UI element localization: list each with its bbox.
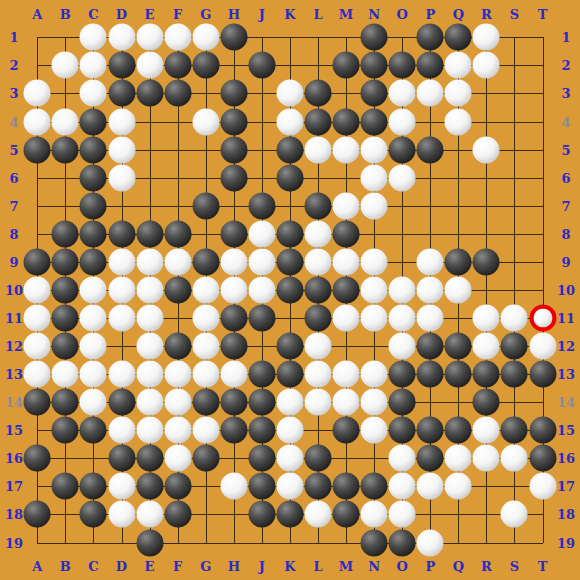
stone-black-C15 bbox=[80, 417, 107, 444]
stone-black-C4 bbox=[80, 108, 107, 135]
stone-black-D8 bbox=[108, 220, 135, 247]
stone-white-E12 bbox=[136, 333, 163, 360]
row-label-right: 9 bbox=[561, 255, 570, 268]
stone-black-J2 bbox=[248, 52, 275, 79]
row-label-right: 2 bbox=[561, 59, 570, 72]
stone-black-P1 bbox=[417, 24, 444, 51]
stone-white-G4 bbox=[192, 108, 219, 135]
column-label-top: A bbox=[32, 8, 42, 21]
stone-white-Q3 bbox=[445, 80, 472, 107]
stone-white-R2 bbox=[473, 52, 500, 79]
row-label-left: 9 bbox=[9, 255, 18, 268]
row-label-left: 17 bbox=[5, 480, 23, 493]
stone-white-O6 bbox=[389, 164, 416, 191]
stone-white-J9 bbox=[248, 248, 275, 275]
stone-black-K8 bbox=[276, 220, 303, 247]
stone-white-F13 bbox=[164, 361, 191, 388]
stone-black-P13 bbox=[417, 361, 444, 388]
column-label-bottom: E bbox=[145, 560, 155, 573]
column-label-top: T bbox=[538, 8, 548, 21]
stone-black-B9 bbox=[52, 248, 79, 275]
stone-black-T13 bbox=[529, 361, 556, 388]
column-label-top: E bbox=[145, 8, 155, 21]
stone-black-P2 bbox=[417, 52, 444, 79]
stone-black-C8 bbox=[80, 220, 107, 247]
stone-white-L9 bbox=[305, 248, 332, 275]
stone-black-C5 bbox=[80, 136, 107, 163]
stone-white-P17 bbox=[417, 473, 444, 500]
stone-white-N6 bbox=[361, 164, 388, 191]
stone-black-Q13 bbox=[445, 361, 472, 388]
row-label-right: 12 bbox=[557, 340, 575, 353]
stone-white-R5 bbox=[473, 136, 500, 163]
stone-black-M8 bbox=[333, 220, 360, 247]
stone-white-C12 bbox=[80, 333, 107, 360]
stone-black-N1 bbox=[361, 24, 388, 51]
stone-white-A12 bbox=[24, 333, 51, 360]
column-label-top: O bbox=[397, 8, 408, 21]
stone-black-T15 bbox=[529, 417, 556, 444]
stone-white-N9 bbox=[361, 248, 388, 275]
stone-white-D18 bbox=[108, 501, 135, 528]
stone-black-B12 bbox=[52, 333, 79, 360]
stone-white-R1 bbox=[473, 24, 500, 51]
stone-white-L14 bbox=[305, 389, 332, 416]
column-label-bottom: D bbox=[116, 560, 127, 573]
row-label-left: 15 bbox=[5, 424, 23, 437]
stone-black-L4 bbox=[305, 108, 332, 135]
stone-white-N14 bbox=[361, 389, 388, 416]
stone-black-G9 bbox=[192, 248, 219, 275]
stone-white-G11 bbox=[192, 305, 219, 332]
stone-white-A10 bbox=[24, 276, 51, 303]
stone-black-J17 bbox=[248, 473, 275, 500]
stone-black-S15 bbox=[501, 417, 528, 444]
stone-white-K3 bbox=[276, 80, 303, 107]
column-label-top: B bbox=[60, 8, 71, 21]
row-label-left: 11 bbox=[5, 312, 23, 325]
stone-black-K18 bbox=[276, 501, 303, 528]
stone-black-G14 bbox=[192, 389, 219, 416]
row-label-left: 1 bbox=[9, 31, 18, 44]
stone-black-F12 bbox=[164, 333, 191, 360]
stone-black-J13 bbox=[248, 361, 275, 388]
stone-white-C2 bbox=[80, 52, 107, 79]
stone-black-L16 bbox=[305, 445, 332, 472]
stone-black-H8 bbox=[220, 220, 247, 247]
column-label-top: L bbox=[313, 8, 322, 21]
stone-black-P5 bbox=[417, 136, 444, 163]
go-board[interactable]: AABBCCDDEEFFGGHHJJKKLLMMNNOOPPQQRRSSTT11… bbox=[0, 0, 580, 580]
stone-black-L7 bbox=[305, 192, 332, 219]
stone-black-F2 bbox=[164, 52, 191, 79]
stone-white-C14 bbox=[80, 389, 107, 416]
stone-white-L5 bbox=[305, 136, 332, 163]
stone-white-N15 bbox=[361, 417, 388, 444]
stone-black-O13 bbox=[389, 361, 416, 388]
stone-white-R12 bbox=[473, 333, 500, 360]
stone-white-B2 bbox=[52, 52, 79, 79]
stone-black-C17 bbox=[80, 473, 107, 500]
stone-white-K15 bbox=[276, 417, 303, 444]
stone-black-B15 bbox=[52, 417, 79, 444]
stone-white-C1 bbox=[80, 24, 107, 51]
stone-white-G1 bbox=[192, 24, 219, 51]
column-label-bottom: H bbox=[228, 560, 240, 573]
stone-white-D15 bbox=[108, 417, 135, 444]
row-label-right: 16 bbox=[557, 452, 575, 465]
stone-white-E14 bbox=[136, 389, 163, 416]
stone-black-F18 bbox=[164, 501, 191, 528]
stone-black-N19 bbox=[361, 529, 388, 556]
stone-white-G10 bbox=[192, 276, 219, 303]
stone-white-D9 bbox=[108, 248, 135, 275]
row-label-right: 4 bbox=[561, 115, 570, 128]
stone-black-H14 bbox=[220, 389, 247, 416]
stone-white-O17 bbox=[389, 473, 416, 500]
stone-white-S18 bbox=[501, 501, 528, 528]
row-label-left: 2 bbox=[9, 59, 18, 72]
stone-white-A11 bbox=[24, 305, 51, 332]
row-label-right: 10 bbox=[557, 283, 575, 296]
stone-white-C3 bbox=[80, 80, 107, 107]
stone-white-B4 bbox=[52, 108, 79, 135]
stone-black-D14 bbox=[108, 389, 135, 416]
stone-black-B5 bbox=[52, 136, 79, 163]
stone-white-K4 bbox=[276, 108, 303, 135]
stone-black-L17 bbox=[305, 473, 332, 500]
stone-white-P19 bbox=[417, 529, 444, 556]
stone-black-H3 bbox=[220, 80, 247, 107]
stone-white-Q2 bbox=[445, 52, 472, 79]
column-label-bottom: F bbox=[173, 560, 182, 573]
stone-white-F9 bbox=[164, 248, 191, 275]
stone-black-O15 bbox=[389, 417, 416, 444]
stone-black-H6 bbox=[220, 164, 247, 191]
stone-white-S11 bbox=[501, 305, 528, 332]
column-label-top: S bbox=[510, 8, 519, 21]
column-label-bottom: A bbox=[32, 560, 42, 573]
stone-black-Q15 bbox=[445, 417, 472, 444]
stone-black-P16 bbox=[417, 445, 444, 472]
column-label-top: K bbox=[284, 8, 295, 21]
stone-white-H17 bbox=[220, 473, 247, 500]
column-label-bottom: J bbox=[259, 560, 265, 573]
stone-black-M4 bbox=[333, 108, 360, 135]
stone-white-C10 bbox=[80, 276, 107, 303]
stone-white-D5 bbox=[108, 136, 135, 163]
stone-white-P9 bbox=[417, 248, 444, 275]
stone-black-B14 bbox=[52, 389, 79, 416]
column-label-top: H bbox=[228, 8, 240, 21]
column-label-bottom: R bbox=[481, 560, 492, 573]
stone-black-G2 bbox=[192, 52, 219, 79]
stone-white-J10 bbox=[248, 276, 275, 303]
stone-black-O14 bbox=[389, 389, 416, 416]
stone-white-T11-last-move-marker bbox=[529, 305, 556, 332]
stone-black-D2 bbox=[108, 52, 135, 79]
row-label-left: 6 bbox=[9, 171, 18, 184]
row-label-right: 5 bbox=[561, 143, 570, 156]
row-label-left: 12 bbox=[5, 340, 23, 353]
stone-white-S16 bbox=[501, 445, 528, 472]
stone-white-O3 bbox=[389, 80, 416, 107]
stone-black-E17 bbox=[136, 473, 163, 500]
stone-black-K5 bbox=[276, 136, 303, 163]
stone-black-C18 bbox=[80, 501, 107, 528]
stone-black-K12 bbox=[276, 333, 303, 360]
row-label-right: 1 bbox=[561, 31, 570, 44]
stone-black-R14 bbox=[473, 389, 500, 416]
row-label-right: 6 bbox=[561, 171, 570, 184]
stone-black-H15 bbox=[220, 417, 247, 444]
column-label-bottom: Q bbox=[453, 560, 464, 573]
column-label-top: C bbox=[88, 8, 98, 21]
stone-white-M9 bbox=[333, 248, 360, 275]
stone-black-M10 bbox=[333, 276, 360, 303]
stone-white-O16 bbox=[389, 445, 416, 472]
stone-black-N4 bbox=[361, 108, 388, 135]
row-label-left: 14 bbox=[5, 396, 23, 409]
stone-white-A13 bbox=[24, 361, 51, 388]
stone-white-J8 bbox=[248, 220, 275, 247]
row-label-right: 17 bbox=[557, 480, 575, 493]
column-label-bottom: C bbox=[88, 560, 98, 573]
stone-black-C6 bbox=[80, 164, 107, 191]
stone-white-E10 bbox=[136, 276, 163, 303]
stone-black-E19 bbox=[136, 529, 163, 556]
stone-black-H12 bbox=[220, 333, 247, 360]
stone-black-T16 bbox=[529, 445, 556, 472]
stone-black-H4 bbox=[220, 108, 247, 135]
stone-white-D6 bbox=[108, 164, 135, 191]
stone-black-S13 bbox=[501, 361, 528, 388]
stone-black-J15 bbox=[248, 417, 275, 444]
stone-white-O18 bbox=[389, 501, 416, 528]
stone-black-D3 bbox=[108, 80, 135, 107]
stone-white-L8 bbox=[305, 220, 332, 247]
stone-white-N11 bbox=[361, 305, 388, 332]
stone-black-M17 bbox=[333, 473, 360, 500]
stone-white-F14 bbox=[164, 389, 191, 416]
row-label-left: 10 bbox=[5, 283, 23, 296]
stone-white-N18 bbox=[361, 501, 388, 528]
row-label-right: 19 bbox=[557, 536, 575, 549]
column-label-bottom: L bbox=[313, 560, 322, 573]
row-label-left: 13 bbox=[5, 368, 23, 381]
stone-black-M15 bbox=[333, 417, 360, 444]
stone-white-Q4 bbox=[445, 108, 472, 135]
stone-black-F3 bbox=[164, 80, 191, 107]
stone-black-H1 bbox=[220, 24, 247, 51]
stone-black-R13 bbox=[473, 361, 500, 388]
stone-white-A3 bbox=[24, 80, 51, 107]
column-label-bottom: N bbox=[368, 560, 380, 573]
stone-white-K17 bbox=[276, 473, 303, 500]
stone-white-P10 bbox=[417, 276, 444, 303]
stone-black-D16 bbox=[108, 445, 135, 472]
stone-black-A14 bbox=[24, 389, 51, 416]
stone-white-H10 bbox=[220, 276, 247, 303]
stone-white-A4 bbox=[24, 108, 51, 135]
stone-white-P11 bbox=[417, 305, 444, 332]
stone-black-B8 bbox=[52, 220, 79, 247]
stone-white-M11 bbox=[333, 305, 360, 332]
stone-black-K6 bbox=[276, 164, 303, 191]
stone-white-G15 bbox=[192, 417, 219, 444]
stone-black-O5 bbox=[389, 136, 416, 163]
column-label-top: P bbox=[425, 8, 435, 21]
stone-black-M2 bbox=[333, 52, 360, 79]
row-label-left: 18 bbox=[5, 508, 23, 521]
stone-black-C9 bbox=[80, 248, 107, 275]
stone-black-F17 bbox=[164, 473, 191, 500]
stone-white-R16 bbox=[473, 445, 500, 472]
stone-white-C13 bbox=[80, 361, 107, 388]
stone-black-A18 bbox=[24, 501, 51, 528]
stone-white-E11 bbox=[136, 305, 163, 332]
stone-white-M13 bbox=[333, 361, 360, 388]
stone-white-F15 bbox=[164, 417, 191, 444]
stone-black-B17 bbox=[52, 473, 79, 500]
stone-black-R9 bbox=[473, 248, 500, 275]
column-label-bottom: K bbox=[284, 560, 295, 573]
stone-white-O12 bbox=[389, 333, 416, 360]
row-label-left: 16 bbox=[5, 452, 23, 465]
stone-black-N17 bbox=[361, 473, 388, 500]
stone-white-P3 bbox=[417, 80, 444, 107]
row-label-right: 3 bbox=[561, 87, 570, 100]
stone-black-S12 bbox=[501, 333, 528, 360]
stone-white-E1 bbox=[136, 24, 163, 51]
stone-white-L12 bbox=[305, 333, 332, 360]
stone-black-O2 bbox=[389, 52, 416, 79]
stone-black-B11 bbox=[52, 305, 79, 332]
stone-black-J16 bbox=[248, 445, 275, 472]
column-label-top: J bbox=[259, 8, 265, 21]
stone-white-N13 bbox=[361, 361, 388, 388]
stone-black-K10 bbox=[276, 276, 303, 303]
stone-white-O11 bbox=[389, 305, 416, 332]
stone-white-E13 bbox=[136, 361, 163, 388]
row-label-right: 7 bbox=[561, 199, 570, 212]
stone-white-E9 bbox=[136, 248, 163, 275]
stone-black-A16 bbox=[24, 445, 51, 472]
column-label-top: N bbox=[368, 8, 380, 21]
column-label-top: R bbox=[481, 8, 492, 21]
stone-black-K9 bbox=[276, 248, 303, 275]
stone-black-J11 bbox=[248, 305, 275, 332]
column-label-bottom: M bbox=[339, 560, 353, 573]
stone-black-M18 bbox=[333, 501, 360, 528]
stone-black-B10 bbox=[52, 276, 79, 303]
stone-black-G16 bbox=[192, 445, 219, 472]
stone-white-E15 bbox=[136, 417, 163, 444]
row-label-left: 3 bbox=[9, 87, 18, 100]
stone-black-E3 bbox=[136, 80, 163, 107]
column-label-top: Q bbox=[453, 8, 464, 21]
stone-white-B13 bbox=[52, 361, 79, 388]
stone-black-F8 bbox=[164, 220, 191, 247]
stone-white-N7 bbox=[361, 192, 388, 219]
stone-black-P15 bbox=[417, 417, 444, 444]
stone-white-L18 bbox=[305, 501, 332, 528]
stone-white-M14 bbox=[333, 389, 360, 416]
column-label-bottom: P bbox=[425, 560, 435, 573]
stone-white-D10 bbox=[108, 276, 135, 303]
row-label-right: 15 bbox=[557, 424, 575, 437]
stone-black-K13 bbox=[276, 361, 303, 388]
stone-white-K16 bbox=[276, 445, 303, 472]
stone-black-Q9 bbox=[445, 248, 472, 275]
stone-white-M5 bbox=[333, 136, 360, 163]
row-label-left: 4 bbox=[9, 115, 18, 128]
stone-black-N3 bbox=[361, 80, 388, 107]
stone-white-Q16 bbox=[445, 445, 472, 472]
stone-white-D11 bbox=[108, 305, 135, 332]
stone-black-G7 bbox=[192, 192, 219, 219]
stone-white-D1 bbox=[108, 24, 135, 51]
column-label-top: M bbox=[339, 8, 353, 21]
row-label-right: 14 bbox=[557, 396, 575, 409]
stone-white-R11 bbox=[473, 305, 500, 332]
stone-black-Q1 bbox=[445, 24, 472, 51]
column-label-bottom: B bbox=[60, 560, 71, 573]
stone-black-F10 bbox=[164, 276, 191, 303]
stone-black-A5 bbox=[24, 136, 51, 163]
stone-black-J14 bbox=[248, 389, 275, 416]
row-label-right: 13 bbox=[557, 368, 575, 381]
stone-black-L10 bbox=[305, 276, 332, 303]
column-label-bottom: S bbox=[510, 560, 519, 573]
row-label-left: 5 bbox=[9, 143, 18, 156]
stone-white-H9 bbox=[220, 248, 247, 275]
stone-black-C7 bbox=[80, 192, 107, 219]
stone-white-D13 bbox=[108, 361, 135, 388]
grid-line-horizontal bbox=[37, 543, 542, 544]
stone-white-R15 bbox=[473, 417, 500, 444]
stone-white-M7 bbox=[333, 192, 360, 219]
stone-black-A9 bbox=[24, 248, 51, 275]
stone-black-P12 bbox=[417, 333, 444, 360]
stone-white-K14 bbox=[276, 389, 303, 416]
stone-black-L11 bbox=[305, 305, 332, 332]
stone-white-H13 bbox=[220, 361, 247, 388]
column-label-top: D bbox=[116, 8, 127, 21]
stone-white-D17 bbox=[108, 473, 135, 500]
column-label-bottom: O bbox=[397, 560, 408, 573]
stone-white-O10 bbox=[389, 276, 416, 303]
stone-black-J18 bbox=[248, 501, 275, 528]
row-label-right: 11 bbox=[557, 312, 575, 325]
stone-black-H11 bbox=[220, 305, 247, 332]
row-label-right: 18 bbox=[557, 508, 575, 521]
stone-white-G12 bbox=[192, 333, 219, 360]
stone-black-Q12 bbox=[445, 333, 472, 360]
stone-white-Q17 bbox=[445, 473, 472, 500]
stone-white-C11 bbox=[80, 305, 107, 332]
row-label-left: 7 bbox=[9, 199, 18, 212]
stone-black-O19 bbox=[389, 529, 416, 556]
stone-white-O4 bbox=[389, 108, 416, 135]
stone-black-E16 bbox=[136, 445, 163, 472]
stone-white-T12 bbox=[529, 333, 556, 360]
stone-black-N2 bbox=[361, 52, 388, 79]
stone-white-D4 bbox=[108, 108, 135, 135]
stone-white-G13 bbox=[192, 361, 219, 388]
stone-white-Q10 bbox=[445, 276, 472, 303]
stone-black-E8 bbox=[136, 220, 163, 247]
